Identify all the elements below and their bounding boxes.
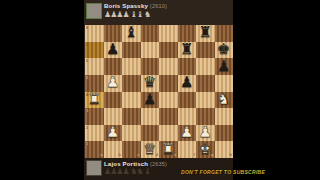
square-e3[interactable]	[159, 108, 178, 125]
square-b5[interactable]: ♟	[104, 75, 123, 92]
file-label-c: c	[137, 153, 139, 157]
rank-label-7: 7	[86, 43, 88, 47]
square-h4[interactable]: ♞	[215, 92, 234, 109]
square-d1[interactable]: d♛	[141, 141, 160, 158]
square-a1[interactable]: 1a	[85, 141, 104, 158]
square-g7[interactable]	[196, 42, 215, 59]
rank-label-2: 2	[86, 126, 88, 130]
square-h3[interactable]	[215, 108, 234, 125]
square-d2[interactable]	[141, 125, 160, 142]
piece-black-rook[interactable]: ♜	[180, 42, 193, 57]
piece-white-pawn[interactable]: ♟	[180, 125, 193, 140]
piece-black-rook[interactable]: ♜	[199, 25, 212, 40]
piece-black-king[interactable]: ♚	[217, 42, 230, 57]
square-g1[interactable]: g♚	[196, 141, 215, 158]
file-label-g: g	[211, 153, 213, 157]
square-c8[interactable]: ♝	[122, 25, 141, 42]
square-e5[interactable]	[159, 75, 178, 92]
piece-white-knight[interactable]: ♞	[217, 92, 230, 107]
rank-label-1: 1	[86, 142, 88, 146]
piece-white-pawn[interactable]: ♟	[106, 125, 119, 140]
piece-black-queen[interactable]: ♛	[143, 75, 156, 90]
square-d3[interactable]	[141, 108, 160, 125]
square-h6[interactable]: ♟	[215, 58, 234, 75]
square-d7[interactable]	[141, 42, 160, 59]
square-f4[interactable]	[178, 92, 197, 109]
piece-white-rook[interactable]: ♜	[162, 142, 175, 157]
square-c1[interactable]: c	[122, 141, 141, 158]
rank-label-5: 5	[86, 76, 88, 80]
rank-label-3: 3	[86, 109, 88, 113]
captured-pieces-by-white: ♟♟♟♟ ♞♞ ♝	[104, 168, 150, 176]
piece-black-pawn[interactable]: ♟	[106, 42, 119, 57]
square-a8[interactable]: 8	[85, 25, 104, 42]
piece-black-pawn[interactable]: ♟	[217, 59, 230, 74]
square-g4[interactable]	[196, 92, 215, 109]
square-e8[interactable]	[159, 25, 178, 42]
square-h5[interactable]	[215, 75, 234, 92]
square-e1[interactable]: e♜	[159, 141, 178, 158]
chess-board: 8♝♜7♟♜♚6♟5♟♛♟4♜♟♞32♟♟♟1abcd♛e♜fg♚h	[85, 25, 233, 158]
piece-white-king[interactable]: ♚	[199, 142, 212, 157]
square-a4[interactable]: 4♜	[85, 92, 104, 109]
piece-white-rook[interactable]: ♜	[88, 92, 101, 107]
square-b7[interactable]: ♟	[104, 42, 123, 59]
file-label-b: b	[119, 153, 121, 157]
square-a3[interactable]: 3	[85, 108, 104, 125]
square-a6[interactable]: 6	[85, 58, 104, 75]
square-d8[interactable]	[141, 25, 160, 42]
square-h2[interactable]	[215, 125, 234, 142]
square-h1[interactable]: h	[215, 141, 234, 158]
rank-label-4: 4	[86, 93, 88, 97]
file-label-d: d	[156, 153, 158, 157]
file-label-h: h	[230, 153, 232, 157]
square-d4[interactable]: ♟	[141, 92, 160, 109]
square-b2[interactable]: ♟	[104, 125, 123, 142]
square-c3[interactable]	[122, 108, 141, 125]
square-e6[interactable]	[159, 58, 178, 75]
square-h7[interactable]: ♚	[215, 42, 234, 59]
square-b1[interactable]: b	[104, 141, 123, 158]
piece-white-pawn[interactable]: ♟	[199, 125, 212, 140]
square-f7[interactable]: ♜	[178, 42, 197, 59]
rank-label-6: 6	[86, 59, 88, 63]
square-c5[interactable]	[122, 75, 141, 92]
square-c6[interactable]	[122, 58, 141, 75]
piece-black-pawn[interactable]: ♟	[180, 75, 193, 90]
piece-white-pawn[interactable]: ♟	[106, 75, 119, 90]
player-rating-white: (2635)	[150, 161, 167, 167]
player-name-black: Boris Spassky (2610)	[104, 3, 167, 9]
file-label-f: f	[194, 153, 195, 157]
square-c7[interactable]	[122, 42, 141, 59]
square-f2[interactable]: ♟	[178, 125, 197, 142]
square-e2[interactable]	[159, 125, 178, 142]
square-g6[interactable]	[196, 58, 215, 75]
square-f5[interactable]: ♟	[178, 75, 197, 92]
subscribe-overlay-text: DON'T FORGET TO SUBSCRIBE	[181, 169, 265, 175]
square-c2[interactable]	[122, 125, 141, 142]
file-label-a: a	[100, 153, 102, 157]
captured-pieces-by-black: ♟♟♟♟ ♝♝ ♞	[104, 11, 150, 19]
square-a7[interactable]: 7	[85, 42, 104, 59]
square-f1[interactable]: f	[178, 141, 197, 158]
square-a2[interactable]: 2	[85, 125, 104, 142]
rank-label-8: 8	[86, 26, 88, 30]
square-e4[interactable]	[159, 92, 178, 109]
square-d5[interactable]: ♛	[141, 75, 160, 92]
square-g5[interactable]	[196, 75, 215, 92]
square-b4[interactable]	[104, 92, 123, 109]
square-a5[interactable]: 5	[85, 75, 104, 92]
player-name-text: Boris Spassky	[104, 3, 148, 9]
piece-white-queen[interactable]: ♛	[143, 142, 156, 157]
player-bar-black: Boris Spassky (2610) ♟♟♟♟ ♝♝ ♞	[84, 0, 233, 25]
piece-black-bishop[interactable]: ♝	[125, 25, 138, 40]
square-g2[interactable]: ♟	[196, 125, 215, 142]
square-g8[interactable]: ♜	[196, 25, 215, 42]
square-e7[interactable]	[159, 42, 178, 59]
avatar-lajos-portisch	[86, 160, 102, 176]
piece-black-pawn[interactable]: ♟	[143, 92, 156, 107]
player-rating-black: (2610)	[150, 3, 167, 9]
square-c4[interactable]	[122, 92, 141, 109]
file-label-e: e	[174, 153, 176, 157]
avatar-boris-spassky	[86, 3, 102, 19]
